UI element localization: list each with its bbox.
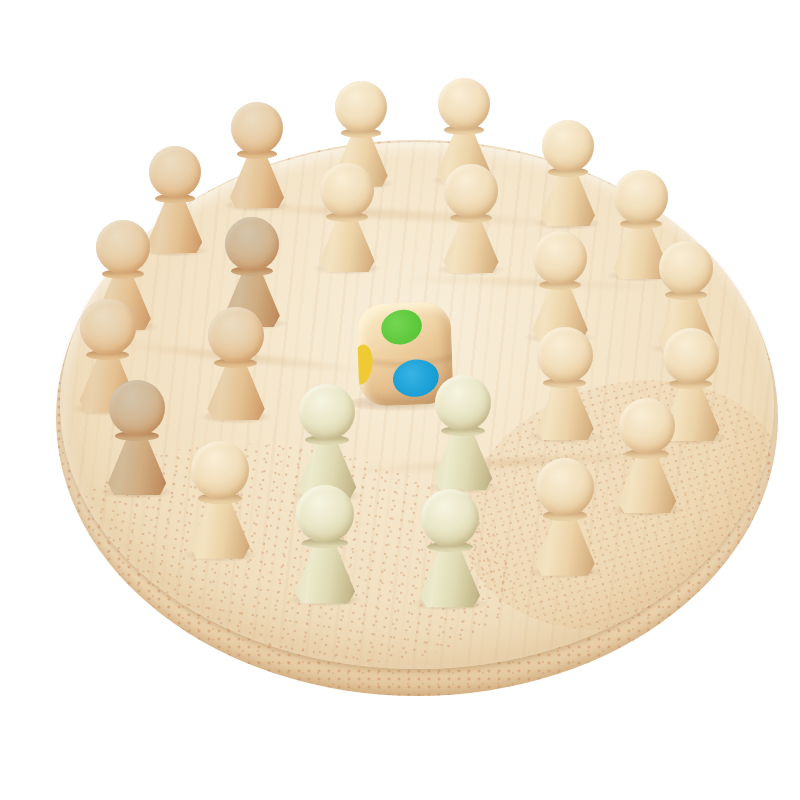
peg-body: [443, 217, 498, 273]
peg-outer-1[interactable]: [229, 102, 285, 209]
peg-head: [421, 489, 479, 547]
peg-head: [320, 163, 373, 216]
peg-head: [663, 328, 719, 384]
peg-outer-13[interactable]: [107, 380, 168, 496]
peg-head: [537, 327, 593, 383]
peg-body: [319, 216, 374, 272]
peg-inner-7[interactable]: [206, 307, 266, 420]
peg-head: [614, 170, 667, 223]
peg-inner-4[interactable]: [535, 327, 595, 440]
peg-inner-6[interactable]: [297, 384, 358, 500]
peg-head: [96, 220, 150, 274]
peg-head: [149, 146, 202, 199]
peg-inner-2[interactable]: [442, 164, 499, 273]
peg-outer-12[interactable]: [189, 441, 251, 559]
peg-head: [542, 120, 594, 172]
peg-inner-3[interactable]: [531, 231, 589, 341]
peg-head: [536, 458, 594, 516]
product-photo-canvas: [0, 0, 800, 800]
peg-body: [108, 436, 166, 495]
peg-head: [109, 380, 166, 437]
peg-head: [438, 78, 490, 130]
die-top-face-green-dot: [377, 305, 426, 349]
peg-body: [541, 172, 595, 227]
peg-body: [190, 498, 250, 559]
peg-head: [619, 398, 676, 455]
peg-body: [148, 198, 203, 254]
peg-body: [434, 431, 492, 490]
peg-body: [207, 362, 264, 420]
peg-head: [296, 485, 354, 543]
peg-head: [231, 102, 283, 154]
peg-outer-8[interactable]: [617, 398, 678, 514]
peg-head: [225, 217, 279, 271]
peg-body: [535, 515, 595, 576]
peg-outer-9[interactable]: [534, 458, 596, 576]
peg-head: [80, 299, 136, 355]
peg-head: [435, 375, 492, 432]
peg-head: [299, 384, 356, 441]
peg-head: [659, 241, 713, 295]
peg-head: [208, 307, 264, 363]
peg-body: [420, 546, 480, 607]
peg-head: [335, 81, 387, 133]
peg-inner-5[interactable]: [433, 375, 494, 491]
die-left-face-yellow-dot: [356, 343, 374, 385]
peg-head: [444, 164, 497, 217]
peg-body: [536, 382, 593, 440]
peg-outer-16[interactable]: [147, 146, 204, 254]
peg-body: [618, 454, 676, 513]
peg-inner-1[interactable]: [318, 163, 375, 272]
peg-head: [191, 441, 249, 499]
peg-body: [295, 542, 355, 603]
peg-outer-10[interactable]: [419, 489, 482, 608]
peg-outer-4[interactable]: [540, 120, 596, 227]
peg-body: [230, 154, 284, 209]
peg-outer-11[interactable]: [294, 485, 357, 604]
peg-head: [533, 231, 587, 285]
